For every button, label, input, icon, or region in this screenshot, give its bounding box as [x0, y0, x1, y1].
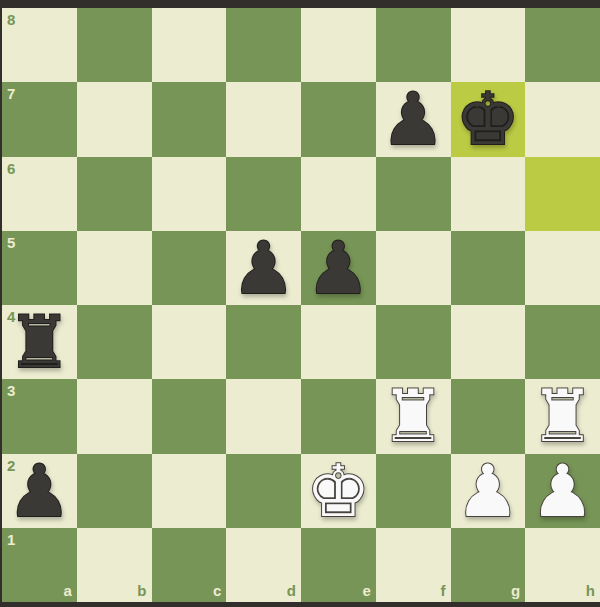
- square-b7[interactable]: [77, 82, 152, 156]
- white-rook-f3[interactable]: ♜: [381, 380, 446, 452]
- square-d7[interactable]: [226, 82, 301, 156]
- square-a8[interactable]: 8: [2, 8, 77, 82]
- square-e7[interactable]: [301, 82, 376, 156]
- file-label-f: f: [441, 583, 446, 598]
- square-f8[interactable]: [376, 8, 451, 82]
- square-g5[interactable]: [451, 231, 526, 305]
- square-b6[interactable]: [77, 157, 152, 231]
- square-e1[interactable]: e: [301, 528, 376, 602]
- file-label-b: b: [137, 583, 146, 598]
- white-pawn-g2[interactable]: ♟: [456, 455, 521, 527]
- square-e8[interactable]: [301, 8, 376, 82]
- file-label-g: g: [511, 583, 520, 598]
- black-rook-a4[interactable]: ♜: [7, 306, 72, 378]
- square-b4[interactable]: [77, 305, 152, 379]
- square-c7[interactable]: [152, 82, 227, 156]
- square-d2[interactable]: [226, 454, 301, 528]
- black-king-g7[interactable]: ♚: [456, 83, 521, 155]
- square-f3[interactable]: ♜: [376, 379, 451, 453]
- square-g4[interactable]: [451, 305, 526, 379]
- white-rook-h3[interactable]: ♜: [530, 380, 595, 452]
- rank-label-3: 3: [7, 383, 15, 398]
- square-g8[interactable]: [451, 8, 526, 82]
- square-c8[interactable]: [152, 8, 227, 82]
- square-g3[interactable]: [451, 379, 526, 453]
- file-label-c: c: [213, 583, 221, 598]
- square-h4[interactable]: [525, 305, 600, 379]
- square-a1[interactable]: 1a: [2, 528, 77, 602]
- square-a7[interactable]: 7: [2, 82, 77, 156]
- square-h6[interactable]: [525, 157, 600, 231]
- square-f2[interactable]: [376, 454, 451, 528]
- square-c2[interactable]: [152, 454, 227, 528]
- chess-board: 87♟♚65♟♟4♜3♜♜2♟♚♟♟1abcdefgh: [2, 8, 600, 602]
- rank-label-5: 5: [7, 235, 15, 250]
- chess-board-frame: 87♟♚65♟♟4♜3♜♜2♟♚♟♟1abcdefgh: [2, 8, 600, 602]
- white-pawn-h2[interactable]: ♟: [530, 455, 595, 527]
- square-f1[interactable]: f: [376, 528, 451, 602]
- square-e4[interactable]: [301, 305, 376, 379]
- square-a2[interactable]: 2♟: [2, 454, 77, 528]
- square-b3[interactable]: [77, 379, 152, 453]
- square-d5[interactable]: ♟: [226, 231, 301, 305]
- square-g2[interactable]: ♟: [451, 454, 526, 528]
- square-h2[interactable]: ♟: [525, 454, 600, 528]
- square-e3[interactable]: [301, 379, 376, 453]
- file-label-e: e: [362, 583, 370, 598]
- square-g1[interactable]: g: [451, 528, 526, 602]
- square-a6[interactable]: 6: [2, 157, 77, 231]
- rank-label-6: 6: [7, 161, 15, 176]
- white-king-e2[interactable]: ♚: [306, 455, 371, 527]
- square-c5[interactable]: [152, 231, 227, 305]
- square-h5[interactable]: [525, 231, 600, 305]
- square-g7[interactable]: ♚: [451, 82, 526, 156]
- square-d1[interactable]: d: [226, 528, 301, 602]
- square-f4[interactable]: [376, 305, 451, 379]
- file-label-h: h: [586, 583, 595, 598]
- square-d6[interactable]: [226, 157, 301, 231]
- square-c6[interactable]: [152, 157, 227, 231]
- file-label-a: a: [63, 583, 71, 598]
- square-a5[interactable]: 5: [2, 231, 77, 305]
- square-h7[interactable]: [525, 82, 600, 156]
- rank-label-7: 7: [7, 86, 15, 101]
- black-pawn-d5[interactable]: ♟: [231, 232, 296, 304]
- black-pawn-f7[interactable]: ♟: [381, 83, 446, 155]
- square-a4[interactable]: 4♜: [2, 305, 77, 379]
- square-b1[interactable]: b: [77, 528, 152, 602]
- square-b8[interactable]: [77, 8, 152, 82]
- square-e5[interactable]: ♟: [301, 231, 376, 305]
- square-d8[interactable]: [226, 8, 301, 82]
- square-d4[interactable]: [226, 305, 301, 379]
- square-e6[interactable]: [301, 157, 376, 231]
- square-g6[interactable]: [451, 157, 526, 231]
- square-d3[interactable]: [226, 379, 301, 453]
- rank-label-1: 1: [7, 532, 15, 547]
- square-b2[interactable]: [77, 454, 152, 528]
- square-h8[interactable]: [525, 8, 600, 82]
- square-c3[interactable]: [152, 379, 227, 453]
- square-a3[interactable]: 3: [2, 379, 77, 453]
- square-f7[interactable]: ♟: [376, 82, 451, 156]
- black-pawn-e5[interactable]: ♟: [306, 232, 371, 304]
- black-pawn-a2[interactable]: ♟: [7, 455, 72, 527]
- square-e2[interactable]: ♚: [301, 454, 376, 528]
- square-f6[interactable]: [376, 157, 451, 231]
- square-h3[interactable]: ♜: [525, 379, 600, 453]
- square-c1[interactable]: c: [152, 528, 227, 602]
- rank-label-8: 8: [7, 12, 15, 27]
- square-b5[interactable]: [77, 231, 152, 305]
- file-label-d: d: [287, 583, 296, 598]
- square-h1[interactable]: h: [525, 528, 600, 602]
- square-f5[interactable]: [376, 231, 451, 305]
- square-c4[interactable]: [152, 305, 227, 379]
